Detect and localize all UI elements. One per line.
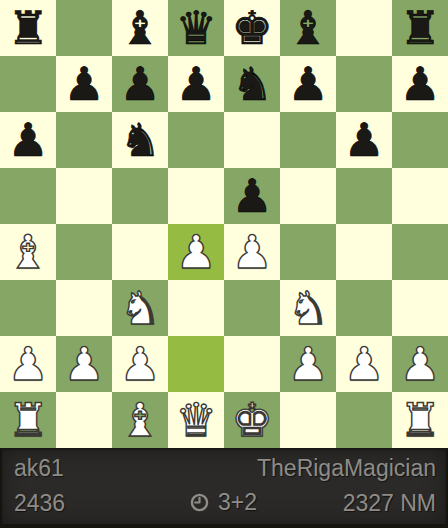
square-f5[interactable] — [280, 168, 336, 224]
piece-white-pawn[interactable]: ♟ — [112, 336, 168, 392]
square-b5[interactable] — [56, 168, 112, 224]
square-a5[interactable] — [0, 168, 56, 224]
square-g7[interactable] — [336, 56, 392, 112]
square-g5[interactable] — [336, 168, 392, 224]
square-g8[interactable] — [336, 0, 392, 56]
square-h7[interactable]: ♟ — [392, 56, 448, 112]
piece-black-bishop[interactable]: ♝ — [112, 0, 168, 56]
piece-black-pawn[interactable]: ♟ — [280, 56, 336, 112]
piece-black-pawn[interactable]: ♟ — [112, 56, 168, 112]
piece-black-pawn[interactable]: ♟ — [392, 56, 448, 112]
time-control-block: 3+2 — [189, 487, 257, 517]
chess-tv-app: ♜♝♛♚♝♜♟♟♟♞♟♟♟♞♟♟♝♟♟♞♞♟♟♟♟♟♟♜♝♛♚♜ ak61 24… — [0, 0, 448, 528]
piece-white-queen[interactable]: ♛ — [168, 392, 224, 448]
piece-black-knight[interactable]: ♞ — [224, 56, 280, 112]
square-h6[interactable] — [392, 112, 448, 168]
piece-white-knight[interactable]: ♞ — [112, 280, 168, 336]
piece-white-pawn[interactable]: ♟ — [168, 224, 224, 280]
piece-white-pawn[interactable]: ♟ — [336, 336, 392, 392]
square-a8[interactable]: ♜ — [0, 0, 56, 56]
black-player-name[interactable]: TheRigaMagician — [257, 453, 436, 483]
piece-black-bishop[interactable]: ♝ — [280, 0, 336, 56]
square-h5[interactable] — [392, 168, 448, 224]
square-g3[interactable] — [336, 280, 392, 336]
piece-white-pawn[interactable]: ♟ — [224, 224, 280, 280]
black-player-rating: 2327 NM — [343, 488, 436, 518]
square-g1[interactable] — [336, 392, 392, 448]
white-player-name[interactable]: ak61 — [14, 453, 189, 483]
square-d4[interactable]: ♟ — [168, 224, 224, 280]
square-a7[interactable] — [0, 56, 56, 112]
piece-black-pawn[interactable]: ♟ — [0, 112, 56, 168]
square-h2[interactable]: ♟ — [392, 336, 448, 392]
square-f3[interactable]: ♞ — [280, 280, 336, 336]
square-h8[interactable]: ♜ — [392, 0, 448, 56]
piece-white-knight[interactable]: ♞ — [280, 280, 336, 336]
square-b7[interactable]: ♟ — [56, 56, 112, 112]
square-e3[interactable] — [224, 280, 280, 336]
square-c8[interactable]: ♝ — [112, 0, 168, 56]
square-a6[interactable]: ♟ — [0, 112, 56, 168]
square-d7[interactable]: ♟ — [168, 56, 224, 112]
square-d5[interactable] — [168, 168, 224, 224]
square-a3[interactable] — [0, 280, 56, 336]
piece-black-rook[interactable]: ♜ — [0, 0, 56, 56]
square-g6[interactable]: ♟ — [336, 112, 392, 168]
square-b8[interactable] — [56, 0, 112, 56]
square-e8[interactable]: ♚ — [224, 0, 280, 56]
square-a1[interactable]: ♜ — [0, 392, 56, 448]
square-c6[interactable]: ♞ — [112, 112, 168, 168]
time-control-label: 3+2 — [218, 487, 257, 517]
piece-white-bishop[interactable]: ♝ — [112, 392, 168, 448]
square-c2[interactable]: ♟ — [112, 336, 168, 392]
white-player-rating: 2436 — [14, 488, 189, 518]
piece-white-pawn[interactable]: ♟ — [280, 336, 336, 392]
clock-icon — [189, 492, 210, 513]
piece-white-king[interactable]: ♚ — [224, 392, 280, 448]
piece-black-pawn[interactable]: ♟ — [168, 56, 224, 112]
square-f1[interactable] — [280, 392, 336, 448]
square-f4[interactable] — [280, 224, 336, 280]
square-b3[interactable] — [56, 280, 112, 336]
piece-white-rook[interactable]: ♜ — [0, 392, 56, 448]
square-e2[interactable] — [224, 336, 280, 392]
square-a2[interactable]: ♟ — [0, 336, 56, 392]
square-b2[interactable]: ♟ — [56, 336, 112, 392]
players-bar: ak61 2436 3+2 TheRigaMagician 2327 NM — [0, 448, 448, 528]
square-c7[interactable]: ♟ — [112, 56, 168, 112]
square-b6[interactable] — [56, 112, 112, 168]
black-player-block: TheRigaMagician 2327 NM — [257, 453, 436, 518]
piece-white-bishop[interactable]: ♝ — [0, 224, 56, 280]
square-h4[interactable] — [392, 224, 448, 280]
piece-black-king[interactable]: ♚ — [224, 0, 280, 56]
square-e5[interactable]: ♟ — [224, 168, 280, 224]
square-d8[interactable]: ♛ — [168, 0, 224, 56]
piece-black-pawn[interactable]: ♟ — [56, 56, 112, 112]
square-d2[interactable] — [168, 336, 224, 392]
piece-black-knight[interactable]: ♞ — [112, 112, 168, 168]
piece-white-pawn[interactable]: ♟ — [392, 336, 448, 392]
square-c5[interactable] — [112, 168, 168, 224]
piece-black-queen[interactable]: ♛ — [168, 0, 224, 56]
square-b4[interactable] — [56, 224, 112, 280]
square-f6[interactable] — [280, 112, 336, 168]
chess-board: ♜♝♛♚♝♜♟♟♟♞♟♟♟♞♟♟♝♟♟♞♞♟♟♟♟♟♟♜♝♛♚♜ — [0, 0, 448, 448]
piece-white-pawn[interactable]: ♟ — [0, 336, 56, 392]
square-h1[interactable]: ♜ — [392, 392, 448, 448]
piece-white-pawn[interactable]: ♟ — [56, 336, 112, 392]
square-d3[interactable] — [168, 280, 224, 336]
square-d6[interactable] — [168, 112, 224, 168]
piece-white-rook[interactable]: ♜ — [392, 392, 448, 448]
square-e1[interactable]: ♚ — [224, 392, 280, 448]
square-g2[interactable]: ♟ — [336, 336, 392, 392]
square-c4[interactable] — [112, 224, 168, 280]
piece-black-pawn[interactable]: ♟ — [224, 168, 280, 224]
piece-black-rook[interactable]: ♜ — [392, 0, 448, 56]
square-c3[interactable]: ♞ — [112, 280, 168, 336]
square-h3[interactable] — [392, 280, 448, 336]
square-g4[interactable] — [336, 224, 392, 280]
square-e4[interactable]: ♟ — [224, 224, 280, 280]
square-f7[interactable]: ♟ — [280, 56, 336, 112]
square-e6[interactable] — [224, 112, 280, 168]
square-d1[interactable]: ♛ — [168, 392, 224, 448]
square-f2[interactable]: ♟ — [280, 336, 336, 392]
square-c1[interactable]: ♝ — [112, 392, 168, 448]
piece-black-pawn[interactable]: ♟ — [336, 112, 392, 168]
white-player-block: ak61 2436 — [14, 453, 189, 518]
square-e7[interactable]: ♞ — [224, 56, 280, 112]
square-a4[interactable]: ♝ — [0, 224, 56, 280]
square-b1[interactable] — [56, 392, 112, 448]
square-f8[interactable]: ♝ — [280, 0, 336, 56]
